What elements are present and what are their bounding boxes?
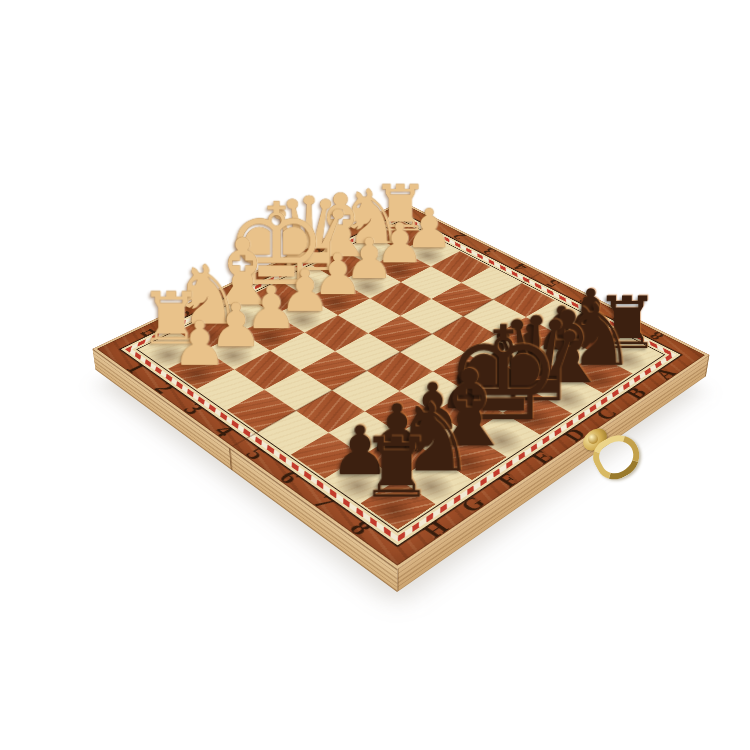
hinge-seam	[229, 447, 233, 470]
board-surface: 12345678 12345678 ABCDEFGH ABCDEFGH ♜♟♟♜…	[93, 201, 710, 569]
scene: 12345678 12345678 ABCDEFGH ABCDEFGH ♜♟♟♜…	[0, 0, 750, 750]
black-rook-glyph: ♜	[359, 426, 434, 509]
clasp-pin	[588, 434, 598, 444]
chess-board: 12345678 12345678 ABCDEFGH ABCDEFGH ♜♟♟♜…	[93, 201, 710, 569]
white-pawn-glyph: ♟	[172, 313, 227, 374]
clasp-latch[interactable]	[568, 420, 652, 494]
